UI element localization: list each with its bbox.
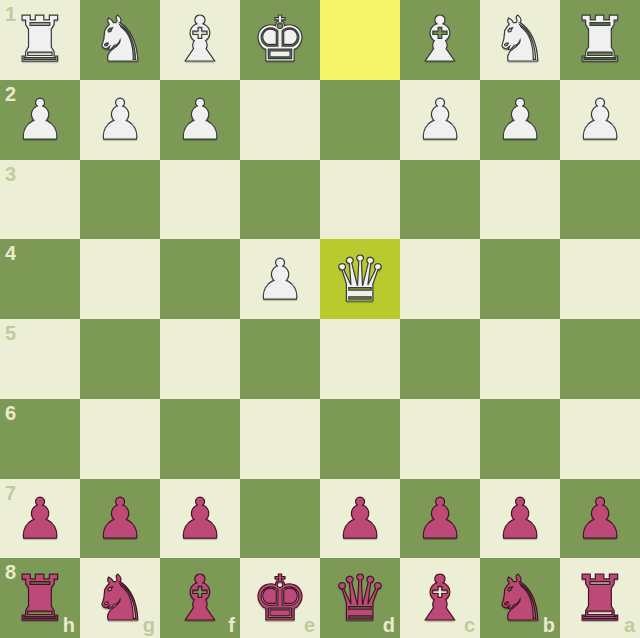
square-b6[interactable] bbox=[480, 399, 560, 479]
square-g3[interactable] bbox=[80, 160, 160, 240]
square-c7[interactable]: ♟ bbox=[400, 479, 480, 559]
piece-white-bishop[interactable]: ♝ bbox=[412, 0, 468, 79]
rank-label-4: 4 bbox=[5, 243, 16, 263]
square-a4[interactable] bbox=[560, 239, 640, 319]
piece-white-pawn[interactable]: ♟ bbox=[95, 80, 145, 159]
square-f7[interactable]: ♟ bbox=[160, 479, 240, 559]
square-b2[interactable]: ♟ bbox=[480, 80, 560, 160]
piece-white-knight[interactable]: ♞ bbox=[492, 0, 548, 79]
square-e4[interactable]: ♟ bbox=[240, 239, 320, 319]
piece-black-pawn[interactable]: ♟ bbox=[95, 479, 145, 558]
square-e3[interactable] bbox=[240, 160, 320, 240]
square-e8[interactable]: e♚ bbox=[240, 558, 320, 638]
square-e5[interactable] bbox=[240, 319, 320, 399]
piece-white-pawn[interactable]: ♟ bbox=[255, 240, 305, 319]
square-h3[interactable]: 3 bbox=[0, 160, 80, 240]
square-c6[interactable] bbox=[400, 399, 480, 479]
square-e2[interactable] bbox=[240, 80, 320, 160]
square-h4[interactable]: 4 bbox=[0, 239, 80, 319]
piece-black-pawn[interactable]: ♟ bbox=[175, 479, 225, 558]
square-b7[interactable]: ♟ bbox=[480, 479, 560, 559]
piece-black-rook[interactable]: ♜ bbox=[572, 559, 628, 638]
square-a7[interactable]: ♟ bbox=[560, 479, 640, 559]
piece-white-bishop[interactable]: ♝ bbox=[172, 0, 228, 79]
square-d6[interactable] bbox=[320, 399, 400, 479]
square-d7[interactable]: ♟ bbox=[320, 479, 400, 559]
square-f4[interactable] bbox=[160, 239, 240, 319]
square-e1[interactable]: ♚ bbox=[240, 0, 320, 80]
square-g1[interactable]: ♞ bbox=[80, 0, 160, 80]
piece-black-king[interactable]: ♚ bbox=[252, 559, 308, 638]
square-e6[interactable] bbox=[240, 399, 320, 479]
piece-white-queen[interactable]: ♛ bbox=[332, 240, 388, 319]
square-d3[interactable] bbox=[320, 160, 400, 240]
chess-board: 1♜♞♝♚♝♞♜2♟♟♟♟♟♟34♟♛567♟♟♟♟♟♟♟8h♜g♞f♝e♚d♛… bbox=[0, 0, 640, 638]
piece-black-pawn[interactable]: ♟ bbox=[495, 479, 545, 558]
square-h1[interactable]: 1♜ bbox=[0, 0, 80, 80]
piece-black-queen[interactable]: ♛ bbox=[332, 559, 388, 638]
square-a2[interactable]: ♟ bbox=[560, 80, 640, 160]
rank-label-6: 6 bbox=[5, 403, 16, 423]
piece-black-pawn[interactable]: ♟ bbox=[335, 479, 385, 558]
square-g4[interactable] bbox=[80, 239, 160, 319]
rank-label-3: 3 bbox=[5, 164, 16, 184]
piece-white-rook[interactable]: ♜ bbox=[572, 0, 628, 79]
piece-white-king[interactable]: ♚ bbox=[252, 0, 308, 79]
piece-white-pawn[interactable]: ♟ bbox=[15, 80, 65, 159]
piece-white-pawn[interactable]: ♟ bbox=[575, 80, 625, 159]
piece-black-rook[interactable]: ♜ bbox=[12, 559, 68, 638]
square-b4[interactable] bbox=[480, 239, 560, 319]
square-b8[interactable]: b♞ bbox=[480, 558, 560, 638]
piece-black-pawn[interactable]: ♟ bbox=[15, 479, 65, 558]
square-h5[interactable]: 5 bbox=[0, 319, 80, 399]
square-b1[interactable]: ♞ bbox=[480, 0, 560, 80]
square-f6[interactable] bbox=[160, 399, 240, 479]
square-d4[interactable]: ♛ bbox=[320, 239, 400, 319]
square-a1[interactable]: ♜ bbox=[560, 0, 640, 80]
square-c3[interactable] bbox=[400, 160, 480, 240]
square-f5[interactable] bbox=[160, 319, 240, 399]
piece-white-pawn[interactable]: ♟ bbox=[415, 80, 465, 159]
square-a3[interactable] bbox=[560, 160, 640, 240]
square-g8[interactable]: g♞ bbox=[80, 558, 160, 638]
square-g7[interactable]: ♟ bbox=[80, 479, 160, 559]
square-f1[interactable]: ♝ bbox=[160, 0, 240, 80]
square-d1[interactable] bbox=[320, 0, 400, 80]
piece-black-pawn[interactable]: ♟ bbox=[415, 479, 465, 558]
square-g2[interactable]: ♟ bbox=[80, 80, 160, 160]
piece-white-pawn[interactable]: ♟ bbox=[495, 80, 545, 159]
piece-black-knight[interactable]: ♞ bbox=[92, 559, 148, 638]
square-c5[interactable] bbox=[400, 319, 480, 399]
square-c2[interactable]: ♟ bbox=[400, 80, 480, 160]
piece-white-pawn[interactable]: ♟ bbox=[175, 80, 225, 159]
square-h8[interactable]: 8h♜ bbox=[0, 558, 80, 638]
square-d2[interactable] bbox=[320, 80, 400, 160]
file-label-f: f bbox=[228, 615, 235, 635]
square-g6[interactable] bbox=[80, 399, 160, 479]
piece-black-pawn[interactable]: ♟ bbox=[575, 479, 625, 558]
square-d8[interactable]: d♛ bbox=[320, 558, 400, 638]
square-f8[interactable]: f♝ bbox=[160, 558, 240, 638]
square-e7[interactable] bbox=[240, 479, 320, 559]
square-h2[interactable]: 2♟ bbox=[0, 80, 80, 160]
piece-white-knight[interactable]: ♞ bbox=[92, 0, 148, 79]
square-b3[interactable] bbox=[480, 160, 560, 240]
square-a5[interactable] bbox=[560, 319, 640, 399]
square-h7[interactable]: 7♟ bbox=[0, 479, 80, 559]
square-c8[interactable]: c♝ bbox=[400, 558, 480, 638]
square-g5[interactable] bbox=[80, 319, 160, 399]
piece-black-knight[interactable]: ♞ bbox=[492, 559, 548, 638]
piece-white-rook[interactable]: ♜ bbox=[12, 0, 68, 79]
square-a6[interactable] bbox=[560, 399, 640, 479]
square-d5[interactable] bbox=[320, 319, 400, 399]
board-wrapper: 1♜♞♝♚♝♞♜2♟♟♟♟♟♟34♟♛567♟♟♟♟♟♟♟8h♜g♞f♝e♚d♛… bbox=[0, 0, 640, 638]
square-c1[interactable]: ♝ bbox=[400, 0, 480, 80]
square-c4[interactable] bbox=[400, 239, 480, 319]
square-b5[interactable] bbox=[480, 319, 560, 399]
square-f2[interactable]: ♟ bbox=[160, 80, 240, 160]
piece-black-bishop[interactable]: ♝ bbox=[412, 559, 468, 638]
square-f3[interactable] bbox=[160, 160, 240, 240]
square-h6[interactable]: 6 bbox=[0, 399, 80, 479]
piece-black-bishop[interactable]: ♝ bbox=[172, 559, 228, 638]
square-a8[interactable]: a♜ bbox=[560, 558, 640, 638]
rank-label-5: 5 bbox=[5, 323, 16, 343]
